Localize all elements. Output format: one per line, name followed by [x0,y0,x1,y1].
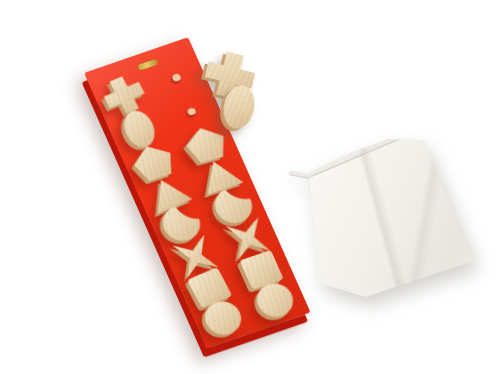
loose-pieces-layer [0,0,498,374]
product-photo-scene [0,0,498,374]
